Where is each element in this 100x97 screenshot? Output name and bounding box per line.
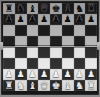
piece-black-pawn[interactable]: ♟ xyxy=(17,15,25,24)
piece-white-bishop[interactable]: ♝ xyxy=(28,80,37,90)
square-a4[interactable] xyxy=(3,47,15,58)
square-d3[interactable] xyxy=(38,58,50,69)
piece-black-bishop[interactable]: ♝ xyxy=(63,3,72,13)
square-d2[interactable]: ♟ xyxy=(38,69,50,80)
square-g7[interactable]: ♟ xyxy=(74,14,86,25)
square-d7[interactable]: ♟ xyxy=(38,14,50,25)
square-c1[interactable]: ♝ xyxy=(27,80,39,91)
square-g2[interactable]: ♟ xyxy=(74,69,86,80)
square-b5[interactable] xyxy=(15,36,27,47)
square-a7[interactable]: ♟ xyxy=(3,14,15,25)
square-g8[interactable]: ♞ xyxy=(74,3,86,14)
square-e8[interactable]: ♚ xyxy=(50,3,62,14)
piece-black-pawn[interactable]: ♟ xyxy=(64,15,72,24)
piece-black-rook[interactable]: ♜ xyxy=(87,3,96,13)
square-e2[interactable]: ♟ xyxy=(50,69,62,80)
square-h4[interactable] xyxy=(85,47,97,58)
square-b7[interactable]: ♟ xyxy=(15,14,27,25)
piece-white-pawn[interactable]: ♟ xyxy=(64,70,72,79)
piece-white-rook[interactable]: ♜ xyxy=(87,80,96,90)
piece-white-knight[interactable]: ♞ xyxy=(75,80,84,90)
piece-white-king[interactable]: ♚ xyxy=(51,80,60,90)
square-h7[interactable]: ♟ xyxy=(85,14,97,25)
piece-black-knight[interactable]: ♞ xyxy=(16,3,25,13)
piece-white-queen[interactable]: ♛ xyxy=(40,80,49,90)
square-f1[interactable]: ♝ xyxy=(62,80,74,91)
piece-white-pawn[interactable]: ♟ xyxy=(87,70,95,79)
square-e5[interactable] xyxy=(50,36,62,47)
piece-black-pawn[interactable]: ♟ xyxy=(28,15,36,24)
piece-white-pawn[interactable]: ♟ xyxy=(17,70,25,79)
square-a8[interactable]: ♜ xyxy=(3,3,15,14)
square-g6[interactable] xyxy=(74,25,86,36)
chess-set-photo: ♜♞♝♛♚♝♞♜♟♟♟♟♟♟♟♟♟♟♟♟♟♟♟♟♜♞♝♛♚♝♞♜ xyxy=(0,0,100,97)
square-d4[interactable] xyxy=(38,47,50,58)
piece-white-pawn[interactable]: ♟ xyxy=(5,70,13,79)
square-b4[interactable] xyxy=(15,47,27,58)
piece-black-pawn[interactable]: ♟ xyxy=(40,15,48,24)
square-c2[interactable]: ♟ xyxy=(27,69,39,80)
piece-black-queen[interactable]: ♛ xyxy=(40,3,49,13)
square-h2[interactable]: ♟ xyxy=(85,69,97,80)
piece-white-pawn[interactable]: ♟ xyxy=(28,70,36,79)
square-g4[interactable] xyxy=(74,47,86,58)
square-h5[interactable] xyxy=(85,36,97,47)
square-f3[interactable] xyxy=(62,58,74,69)
square-f5[interactable] xyxy=(62,36,74,47)
square-f7[interactable]: ♟ xyxy=(62,14,74,25)
square-f6[interactable] xyxy=(62,25,74,36)
square-g3[interactable] xyxy=(74,58,86,69)
square-c4[interactable] xyxy=(27,47,39,58)
square-e6[interactable] xyxy=(50,25,62,36)
square-e7[interactable]: ♟ xyxy=(50,14,62,25)
piece-white-bishop[interactable]: ♝ xyxy=(63,80,72,90)
square-d1[interactable]: ♛ xyxy=(38,80,50,91)
piece-black-bishop[interactable]: ♝ xyxy=(28,3,37,13)
piece-black-king[interactable]: ♚ xyxy=(51,3,60,13)
square-a3[interactable] xyxy=(3,58,15,69)
square-c8[interactable]: ♝ xyxy=(27,3,39,14)
square-h3[interactable] xyxy=(85,58,97,69)
square-f2[interactable]: ♟ xyxy=(62,69,74,80)
square-f8[interactable]: ♝ xyxy=(62,3,74,14)
square-b2[interactable]: ♟ xyxy=(15,69,27,80)
piece-black-pawn[interactable]: ♟ xyxy=(87,15,95,24)
piece-white-pawn[interactable]: ♟ xyxy=(40,70,48,79)
square-a1[interactable]: ♜ xyxy=(3,80,15,91)
square-b3[interactable] xyxy=(15,58,27,69)
piece-black-rook[interactable]: ♜ xyxy=(4,3,13,13)
square-h6[interactable] xyxy=(85,25,97,36)
square-b6[interactable] xyxy=(15,25,27,36)
piece-white-rook[interactable]: ♜ xyxy=(4,80,13,90)
square-c7[interactable]: ♟ xyxy=(27,14,39,25)
square-a5[interactable] xyxy=(3,36,15,47)
square-e3[interactable] xyxy=(50,58,62,69)
piece-white-pawn[interactable]: ♟ xyxy=(75,70,83,79)
square-b8[interactable]: ♞ xyxy=(15,3,27,14)
square-d6[interactable] xyxy=(38,25,50,36)
square-b1[interactable]: ♞ xyxy=(15,80,27,91)
piece-black-knight[interactable]: ♞ xyxy=(75,3,84,13)
square-c6[interactable] xyxy=(27,25,39,36)
square-d8[interactable]: ♛ xyxy=(38,3,50,14)
piece-white-pawn[interactable]: ♟ xyxy=(52,70,60,79)
square-f4[interactable] xyxy=(62,47,74,58)
square-g1[interactable]: ♞ xyxy=(74,80,86,91)
square-a6[interactable] xyxy=(3,25,15,36)
square-e1[interactable]: ♚ xyxy=(50,80,62,91)
square-g5[interactable] xyxy=(74,36,86,47)
piece-white-knight[interactable]: ♞ xyxy=(16,80,25,90)
chess-board: ♜♞♝♛♚♝♞♜♟♟♟♟♟♟♟♟♟♟♟♟♟♟♟♟♜♞♝♛♚♝♞♜ xyxy=(3,3,97,91)
square-e4[interactable] xyxy=(50,47,62,58)
square-h1[interactable]: ♜ xyxy=(85,80,97,91)
square-h8[interactable]: ♜ xyxy=(85,3,97,14)
piece-black-pawn[interactable]: ♟ xyxy=(52,15,60,24)
piece-black-pawn[interactable]: ♟ xyxy=(75,15,83,24)
piece-black-pawn[interactable]: ♟ xyxy=(5,15,13,24)
square-a2[interactable]: ♟ xyxy=(3,69,15,80)
square-d5[interactable] xyxy=(38,36,50,47)
square-c3[interactable] xyxy=(27,58,39,69)
square-c5[interactable] xyxy=(27,36,39,47)
